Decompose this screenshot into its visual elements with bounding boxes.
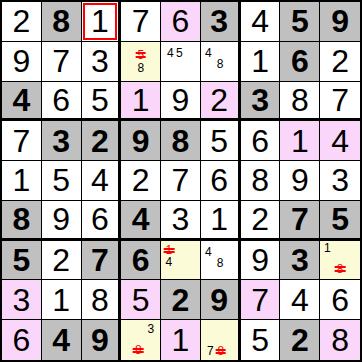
solved-digit: 8 — [331, 324, 349, 356]
candidate-1: 1 — [324, 242, 331, 254]
given-digit: 8 — [172, 125, 190, 157]
solved-digit: 1 — [251, 45, 269, 77]
cell-r7c7[interactable]: 9 — [241, 241, 281, 281]
cell-r1c8[interactable]: 5 — [280, 2, 320, 42]
cell-r7c2[interactable]: 2 — [42, 241, 82, 281]
candidate-5: 5 — [176, 47, 183, 59]
solved-digit: 8 — [251, 164, 269, 196]
cell-r4c5[interactable]: 8 — [161, 121, 201, 161]
cell-r6c7[interactable]: 2 — [241, 201, 281, 241]
cell-r9c7[interactable]: 5 — [241, 320, 281, 360]
cell-r8c2[interactable]: 1 — [42, 280, 82, 320]
candidate-8-crossed: 8 — [217, 345, 224, 357]
solved-digit: 2 — [210, 84, 228, 116]
cell-r8c3[interactable]: 8 — [82, 280, 122, 320]
given-digit: 9 — [132, 125, 150, 157]
cell-r2c2[interactable]: 7 — [42, 42, 82, 82]
given-digit: 3 — [291, 244, 309, 276]
cell-r8c6[interactable]: 9 — [201, 280, 241, 320]
cell-r6c2[interactable]: 9 — [42, 201, 82, 241]
given-digit: 7 — [91, 244, 109, 276]
solved-digit: 5 — [91, 84, 109, 116]
solved-digit: 3 — [331, 164, 349, 196]
solved-digit: 8 — [91, 284, 109, 316]
solved-digit: 1 — [132, 84, 150, 116]
cell-r5c4[interactable]: 2 — [121, 161, 161, 201]
cell-r6c3[interactable]: 6 — [82, 201, 122, 241]
solved-digit: 4 — [91, 164, 109, 196]
candidate-4: 4 — [166, 256, 173, 268]
given-digit: 5 — [331, 203, 349, 235]
solved-digit: 2 — [12, 5, 30, 37]
cell-r2c6[interactable]: 48 — [201, 42, 241, 82]
cell-r7c4[interactable]: 6 — [121, 241, 161, 281]
solved-digit: 3 — [12, 284, 30, 316]
solved-digit: 2 — [52, 244, 70, 276]
solved-digit: 6 — [12, 324, 30, 356]
cell-r8c1[interactable]: 3 — [2, 280, 42, 320]
solved-digit: 7 — [172, 164, 190, 196]
solved-digit: 1 — [52, 284, 70, 316]
solved-digit: 7 — [331, 84, 349, 116]
solved-digit: 5 — [251, 324, 269, 356]
cell-r4c1[interactable]: 7 — [2, 121, 42, 161]
cell-r2c8[interactable]: 6 — [280, 42, 320, 82]
solved-digit: 6 — [331, 284, 349, 316]
cell-r3c7[interactable]: 3 — [241, 82, 281, 122]
solved-digit: 4 — [291, 284, 309, 316]
cell-r5c2[interactable]: 5 — [42, 161, 82, 201]
cell-r6c9[interactable]: 5 — [320, 201, 360, 241]
given-digit: 8 — [12, 203, 30, 235]
given-digit: 7 — [291, 203, 309, 235]
cell-r9c9[interactable]: 8 — [320, 320, 360, 360]
solved-digit: 2 — [132, 164, 150, 196]
cell-r9c6[interactable]: 78 — [201, 320, 241, 360]
cell-r1c5[interactable]: 6 — [161, 2, 201, 42]
cell-r1c3[interactable]: 1 — [82, 2, 122, 42]
solved-digit: 1 — [210, 203, 228, 235]
candidate-8: 8 — [217, 58, 224, 70]
cell-r3c9[interactable]: 7 — [320, 82, 360, 122]
given-digit: 5 — [291, 5, 309, 37]
given-digit: 4 — [132, 203, 150, 235]
cell-r5c5[interactable]: 7 — [161, 161, 201, 201]
cell-r8c8[interactable]: 4 — [280, 280, 320, 320]
cell-r4c3[interactable]: 2 — [82, 121, 122, 161]
cell-r8c4[interactable]: 5 — [121, 280, 161, 320]
sudoku-board: 2817634599735845481624651923877329856141… — [0, 0, 362, 362]
candidate-4: 4 — [205, 246, 212, 258]
solved-digit: 2 — [331, 45, 349, 77]
cell-r4c4[interactable]: 9 — [121, 121, 161, 161]
solved-digit: 2 — [251, 203, 269, 235]
solved-digit: 4 — [251, 5, 269, 37]
cell-r3c5[interactable]: 9 — [161, 82, 201, 122]
cell-r3c8[interactable]: 8 — [280, 82, 320, 122]
solved-digit: 8 — [291, 84, 309, 116]
solved-digit: 6 — [172, 5, 190, 37]
cell-r7c5[interactable]: 14 — [161, 241, 201, 281]
solved-digit: 6 — [210, 164, 228, 196]
given-digit: 9 — [91, 324, 109, 356]
given-digit: 6 — [291, 45, 309, 77]
solved-digit: 4 — [331, 125, 349, 157]
cell-r2c1[interactable]: 9 — [2, 42, 42, 82]
candidate-8-crossed: 8 — [135, 344, 142, 356]
cell-r3c4[interactable]: 1 — [121, 82, 161, 122]
candidate-3: 3 — [147, 323, 154, 335]
cell-r8c5[interactable]: 2 — [161, 280, 201, 320]
candidate-8: 8 — [217, 257, 224, 269]
cell-r4c7[interactable]: 6 — [241, 121, 281, 161]
solved-digit: 1 — [291, 125, 309, 157]
cell-r1c9[interactable]: 9 — [320, 2, 360, 42]
solved-digit: 6 — [91, 203, 109, 235]
cell-r3c3[interactable]: 5 — [82, 82, 122, 122]
solved-digit: 9 — [52, 203, 70, 235]
given-digit: 2 — [172, 284, 190, 316]
solved-digit: 5 — [210, 125, 228, 157]
cell-r2c7[interactable]: 1 — [241, 42, 281, 82]
cell-r9c8[interactable]: 2 — [280, 320, 320, 360]
given-digit: 3 — [251, 84, 269, 116]
cell-r4c6[interactable]: 5 — [201, 121, 241, 161]
cell-r2c9[interactable]: 2 — [320, 42, 360, 82]
given-digit: 6 — [132, 244, 150, 276]
candidate-8-crossed: 8 — [337, 263, 344, 275]
cell-r9c1[interactable]: 6 — [2, 320, 42, 360]
given-digit: 8 — [52, 5, 70, 37]
solved-digit: 1 — [172, 324, 190, 356]
cell-r9c2[interactable]: 4 — [42, 320, 82, 360]
solved-digit: 3 — [91, 45, 109, 77]
cell-r4c8[interactable]: 1 — [280, 121, 320, 161]
cell-r3c1[interactable]: 4 — [2, 82, 42, 122]
given-digit: 2 — [291, 324, 309, 356]
solved-digit: 7 — [52, 45, 70, 77]
solved-digit: 7 — [12, 125, 30, 157]
solved-digit: 7 — [251, 284, 269, 316]
given-digit: 4 — [12, 84, 30, 116]
cell-r3c2[interactable]: 6 — [42, 82, 82, 122]
cell-r5c3[interactable]: 4 — [82, 161, 122, 201]
cell-r5c7[interactable]: 8 — [241, 161, 281, 201]
cell-r1c6[interactable]: 3 — [201, 2, 241, 42]
solved-digit: 9 — [291, 164, 309, 196]
candidate-8: 8 — [137, 62, 144, 74]
given-digit: 3 — [52, 125, 70, 157]
cell-r5c9[interactable]: 3 — [320, 161, 360, 201]
candidate-7: 7 — [207, 345, 214, 357]
given-digit: 5 — [12, 244, 30, 276]
cell-r6c1[interactable]: 8 — [2, 201, 42, 241]
solved-digit: 7 — [132, 5, 150, 37]
cell-r7c8[interactable]: 3 — [280, 241, 320, 281]
solved-digit: 6 — [251, 125, 269, 157]
candidate-5-crossed: 5 — [137, 49, 144, 61]
solved-digit: 1 — [91, 5, 109, 37]
given-digit: 9 — [331, 5, 349, 37]
cell-r7c6[interactable]: 48 — [201, 241, 241, 281]
cell-r9c4[interactable]: 38 — [121, 320, 161, 360]
candidate-4: 4 — [205, 47, 212, 59]
cell-r2c4[interactable]: 58 — [121, 42, 161, 82]
cell-r6c6[interactable]: 1 — [201, 201, 241, 241]
cell-r7c1[interactable]: 5 — [2, 241, 42, 281]
cell-r7c3[interactable]: 7 — [82, 241, 122, 281]
cell-r4c9[interactable]: 4 — [320, 121, 360, 161]
candidate-4: 4 — [167, 47, 174, 59]
cell-r5c6[interactable]: 6 — [201, 161, 241, 201]
cell-r6c8[interactable]: 7 — [280, 201, 320, 241]
solved-digit: 9 — [172, 84, 190, 116]
cell-r2c3[interactable]: 3 — [82, 42, 122, 82]
cell-r8c7[interactable]: 7 — [241, 280, 281, 320]
given-digit: 4 — [52, 324, 70, 356]
solved-digit: 1 — [12, 164, 30, 196]
solved-digit: 6 — [52, 84, 70, 116]
solved-digit: 9 — [251, 244, 269, 276]
cell-r6c4[interactable]: 4 — [121, 201, 161, 241]
cell-r5c1[interactable]: 1 — [2, 161, 42, 201]
given-digit: 9 — [210, 284, 228, 316]
cell-r1c1[interactable]: 2 — [2, 2, 42, 42]
solved-digit: 5 — [52, 164, 70, 196]
given-digit: 2 — [91, 125, 109, 157]
cell-r4c2[interactable]: 3 — [42, 121, 82, 161]
cell-r9c5[interactable]: 1 — [161, 320, 201, 360]
cell-r1c7[interactable]: 4 — [241, 2, 281, 42]
cell-r9c3[interactable]: 9 — [82, 320, 122, 360]
cell-r2c5[interactable]: 45 — [161, 42, 201, 82]
solved-digit: 3 — [172, 203, 190, 235]
cell-r5c8[interactable]: 9 — [280, 161, 320, 201]
cell-r1c2[interactable]: 8 — [42, 2, 82, 42]
cell-r7c9[interactable]: 18 — [320, 241, 360, 281]
cell-r6c5[interactable]: 3 — [161, 201, 201, 241]
cell-r1c4[interactable]: 7 — [121, 2, 161, 42]
given-digit: 3 — [210, 5, 228, 37]
cell-r3c6[interactable]: 2 — [201, 82, 241, 122]
solved-digit: 5 — [132, 284, 150, 316]
cell-r8c9[interactable]: 6 — [320, 280, 360, 320]
solved-digit: 9 — [12, 45, 30, 77]
candidate-1-crossed: 1 — [166, 244, 173, 256]
